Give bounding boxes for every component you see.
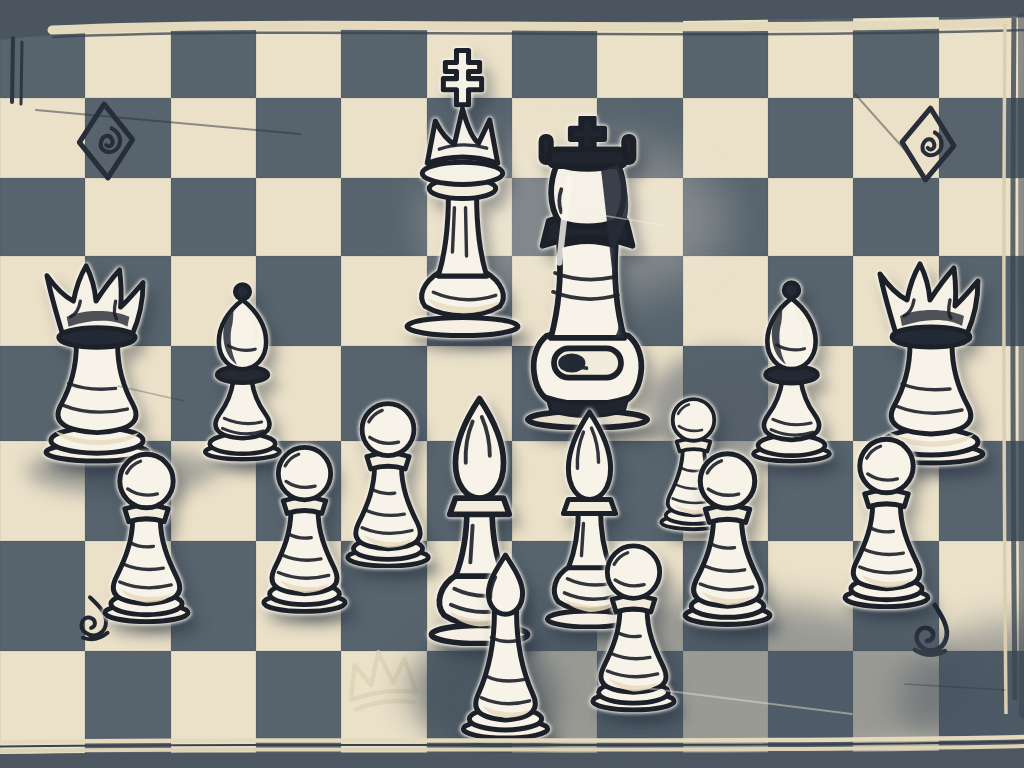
- pawn-e-piece[interactable]: [677, 443, 778, 628]
- pawn-f-drawing: [837, 427, 936, 612]
- board-square: [85, 0, 170, 26]
- front-pawn-right-drawing: [585, 533, 682, 716]
- board-square: [683, 26, 768, 98]
- board-square: [171, 651, 256, 768]
- left-queen-piece[interactable]: [28, 258, 166, 464]
- board-square: [768, 98, 853, 178]
- diamond-spiral-top-right-drawing: [892, 102, 963, 186]
- board-square: [683, 0, 768, 26]
- board-square: [341, 0, 426, 26]
- board-square: [0, 178, 85, 256]
- board-square: [768, 651, 853, 768]
- board-square: [683, 178, 768, 256]
- board-square: [171, 98, 256, 178]
- board-square: [939, 26, 1024, 98]
- front-pawn-right-piece[interactable]: [585, 533, 682, 716]
- dark-king-drawing: [505, 116, 670, 430]
- dark-king-piece[interactable]: [505, 116, 670, 430]
- pawn-a-drawing: [97, 445, 196, 624]
- board-square: [85, 178, 170, 256]
- front-pawn-left-drawing: [451, 549, 560, 740]
- board-square: [597, 0, 682, 26]
- left-bishop-drawing: [194, 280, 291, 462]
- board-square: [0, 651, 85, 768]
- pawn-a-piece[interactable]: [97, 445, 196, 624]
- board-square: [683, 651, 768, 768]
- pawn-e-drawing: [677, 443, 778, 628]
- board-square: [256, 178, 341, 256]
- board-square: [512, 0, 597, 26]
- front-pawn-left-piece[interactable]: [451, 549, 560, 740]
- left-queen-drawing: [28, 258, 166, 464]
- pawn-b-drawing: [256, 438, 353, 614]
- board-square: [768, 26, 853, 98]
- crown-sketch-drawing: [331, 635, 433, 730]
- board-square: [256, 98, 341, 178]
- board-square: [768, 0, 853, 26]
- crown-sketch: [331, 635, 433, 730]
- board-square: [939, 651, 1024, 768]
- board-square: [853, 26, 938, 98]
- board-square: [683, 98, 768, 178]
- board-square: [171, 178, 256, 256]
- board-square: [427, 0, 512, 26]
- board-square: [256, 651, 341, 768]
- board-square: [853, 651, 938, 768]
- right-bishop-drawing: [744, 278, 839, 464]
- board-square: [939, 0, 1024, 26]
- board-square: [171, 0, 256, 26]
- board-square: [597, 26, 682, 98]
- board-square: [256, 26, 341, 98]
- board-square: [0, 26, 85, 98]
- board-square: [85, 651, 170, 768]
- board-square: [256, 0, 341, 26]
- pawn-f-piece[interactable]: [837, 427, 936, 612]
- diamond-spiral-top-right: [892, 102, 963, 186]
- board-square: [939, 178, 1024, 256]
- chess-illustration-canvas: [0, 0, 1024, 768]
- pawn-b-piece[interactable]: [256, 438, 353, 614]
- diamond-spiral-top-left: [73, 98, 139, 183]
- board-square: [0, 0, 85, 26]
- right-bishop-piece[interactable]: [744, 278, 839, 464]
- left-bishop-piece[interactable]: [194, 280, 291, 462]
- board-square: [768, 178, 853, 256]
- board-square: [171, 26, 256, 98]
- board-square: [85, 26, 170, 98]
- diamond-spiral-top-left-drawing: [73, 98, 139, 183]
- board-square: [853, 0, 938, 26]
- board-square: [853, 178, 938, 256]
